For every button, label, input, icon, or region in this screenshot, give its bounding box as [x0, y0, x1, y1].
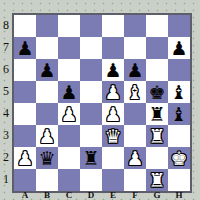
square-f8[interactable] [124, 15, 146, 37]
square-a7[interactable]: ♟ [14, 37, 36, 59]
square-c8[interactable] [58, 15, 80, 37]
square-b5[interactable] [36, 81, 58, 103]
chess-board[interactable]: ♟♟♟♟♟♟♟♝♚♝♟♟♜♝♟♛♜♟♛♜♟♚♜ [12, 13, 192, 193]
square-f3[interactable] [124, 125, 146, 147]
square-e5[interactable]: ♟ [102, 81, 124, 103]
white-rook[interactable]: ♜ [146, 169, 168, 191]
white-pawn[interactable]: ♟ [14, 147, 36, 169]
black-pawn[interactable]: ♟ [102, 59, 124, 81]
black-pawn[interactable]: ♟ [124, 59, 146, 81]
file-label-c: C [58, 191, 80, 200]
square-e1[interactable] [102, 169, 124, 191]
square-e8[interactable] [102, 15, 124, 37]
square-c6[interactable] [58, 59, 80, 81]
square-d8[interactable] [80, 15, 102, 37]
square-h3[interactable] [168, 125, 190, 147]
square-a1[interactable] [14, 169, 36, 191]
square-a8[interactable] [14, 15, 36, 37]
rank-label-8: 8 [0, 14, 12, 36]
file-label-g: G [146, 191, 168, 200]
square-a6[interactable] [14, 59, 36, 81]
white-pawn[interactable]: ♟ [102, 103, 124, 125]
square-b8[interactable] [36, 15, 58, 37]
square-e4[interactable]: ♟ [102, 103, 124, 125]
square-g1[interactable]: ♜ [146, 169, 168, 191]
file-label-e: E [102, 191, 124, 200]
square-b1[interactable] [36, 169, 58, 191]
file-label-f: F [124, 191, 146, 200]
square-c5[interactable]: ♟ [58, 81, 80, 103]
square-h8[interactable] [168, 15, 190, 37]
square-c2[interactable] [58, 147, 80, 169]
square-g4[interactable]: ♜ [146, 103, 168, 125]
square-b7[interactable] [36, 37, 58, 59]
black-pawn[interactable]: ♟ [36, 59, 58, 81]
black-bishop[interactable]: ♝ [168, 81, 190, 103]
square-a4[interactable] [14, 103, 36, 125]
chess-board-screenshot: 87654321 ♟♟♟♟♟♟♟♝♚♝♟♟♜♝♟♛♜♟♛♜♟♚♜ ABCDEFG… [0, 0, 200, 200]
square-h2[interactable]: ♚ [168, 147, 190, 169]
square-c7[interactable] [58, 37, 80, 59]
square-b2[interactable]: ♛ [36, 147, 58, 169]
square-d2[interactable]: ♜ [80, 147, 102, 169]
square-g2[interactable] [146, 147, 168, 169]
square-e2[interactable] [102, 147, 124, 169]
white-pawn[interactable]: ♟ [124, 147, 146, 169]
square-g7[interactable] [146, 37, 168, 59]
rank-label-5: 5 [0, 80, 12, 102]
square-d4[interactable] [80, 103, 102, 125]
white-pawn[interactable]: ♟ [36, 125, 58, 147]
square-f1[interactable] [124, 169, 146, 191]
black-rook[interactable]: ♜ [146, 103, 168, 125]
rank-label-2: 2 [0, 146, 12, 168]
square-c4[interactable]: ♟ [58, 103, 80, 125]
square-a5[interactable] [14, 81, 36, 103]
square-a2[interactable]: ♟ [14, 147, 36, 169]
square-g8[interactable] [146, 15, 168, 37]
square-e3[interactable]: ♛ [102, 125, 124, 147]
square-g6[interactable] [146, 59, 168, 81]
square-e7[interactable] [102, 37, 124, 59]
square-f4[interactable] [124, 103, 146, 125]
square-h6[interactable] [168, 59, 190, 81]
black-rook[interactable]: ♜ [80, 147, 102, 169]
white-king[interactable]: ♚ [168, 147, 190, 169]
square-f7[interactable] [124, 37, 146, 59]
square-f2[interactable]: ♟ [124, 147, 146, 169]
file-label-d: D [80, 191, 102, 200]
white-pawn[interactable]: ♟ [58, 103, 80, 125]
square-b4[interactable] [36, 103, 58, 125]
square-d7[interactable] [80, 37, 102, 59]
white-bishop[interactable]: ♝ [124, 81, 146, 103]
square-h5[interactable]: ♝ [168, 81, 190, 103]
square-g3[interactable]: ♜ [146, 125, 168, 147]
square-b6[interactable]: ♟ [36, 59, 58, 81]
black-queen[interactable]: ♛ [36, 147, 58, 169]
white-queen[interactable]: ♛ [102, 125, 124, 147]
square-d5[interactable] [80, 81, 102, 103]
rank-label-7: 7 [0, 36, 12, 58]
rank-label-3: 3 [0, 124, 12, 146]
square-h7[interactable]: ♟ [168, 37, 190, 59]
black-king[interactable]: ♚ [146, 81, 168, 103]
file-label-a: A [14, 191, 36, 200]
square-a3[interactable] [14, 125, 36, 147]
rank-label-1: 1 [0, 168, 12, 190]
square-h1[interactable] [168, 169, 190, 191]
black-pawn[interactable]: ♟ [58, 81, 80, 103]
file-label-h: H [168, 191, 190, 200]
rank-label-4: 4 [0, 102, 12, 124]
square-g5[interactable]: ♚ [146, 81, 168, 103]
white-pawn[interactable]: ♟ [102, 81, 124, 103]
square-f5[interactable]: ♝ [124, 81, 146, 103]
square-d6[interactable] [80, 59, 102, 81]
square-f6[interactable]: ♟ [124, 59, 146, 81]
square-b3[interactable]: ♟ [36, 125, 58, 147]
square-h4[interactable]: ♝ [168, 103, 190, 125]
black-pawn[interactable]: ♟ [14, 37, 36, 59]
square-c1[interactable] [58, 169, 80, 191]
rank-label-6: 6 [0, 58, 12, 80]
square-d3[interactable] [80, 125, 102, 147]
square-d1[interactable] [80, 169, 102, 191]
file-label-b: B [36, 191, 58, 200]
square-e6[interactable]: ♟ [102, 59, 124, 81]
black-pawn[interactable]: ♟ [168, 37, 190, 59]
white-rook[interactable]: ♜ [146, 125, 168, 147]
square-c3[interactable] [58, 125, 80, 147]
black-bishop[interactable]: ♝ [168, 103, 190, 125]
